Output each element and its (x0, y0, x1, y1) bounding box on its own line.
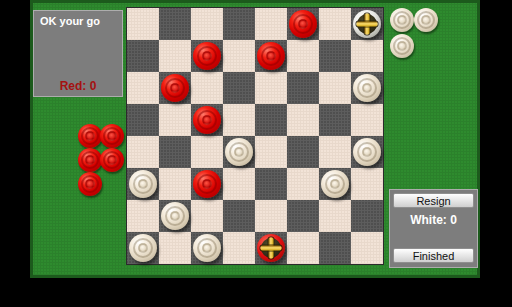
square-r2c1[interactable] (127, 40, 159, 72)
square-r8c7[interactable] (319, 232, 351, 264)
square-r6c2 (159, 168, 191, 200)
square-r5c1 (127, 136, 159, 168)
square-r7c1 (127, 200, 159, 232)
square-r5c3 (191, 136, 223, 168)
square-r8c5[interactable] (255, 232, 287, 264)
square-r7c4[interactable] (223, 200, 255, 232)
square-r7c5 (255, 200, 287, 232)
square-r3c3 (191, 72, 223, 104)
king-cross-icon (261, 246, 282, 251)
square-r2c6 (287, 40, 319, 72)
white-man[interactable] (225, 138, 253, 166)
captured-red-man (78, 172, 102, 196)
resign-button[interactable]: Resign (393, 193, 474, 208)
square-r4c5[interactable] (255, 104, 287, 136)
captured-red-man (78, 148, 102, 172)
checkers-board (126, 7, 384, 265)
white-man[interactable] (129, 170, 157, 198)
square-r1c5 (255, 8, 287, 40)
square-r4c7[interactable] (319, 104, 351, 136)
white-man[interactable] (161, 202, 189, 230)
captured-red-man (78, 124, 102, 148)
square-r7c2[interactable] (159, 200, 191, 232)
square-r4c4 (223, 104, 255, 136)
square-r6c5[interactable] (255, 168, 287, 200)
square-r6c4 (223, 168, 255, 200)
square-r1c1 (127, 8, 159, 40)
square-r1c6[interactable] (287, 8, 319, 40)
square-r4c8 (351, 104, 383, 136)
square-r1c4[interactable] (223, 8, 255, 40)
square-r8c2 (159, 232, 191, 264)
square-r3c4[interactable] (223, 72, 255, 104)
android-navbar: 10:29 (0, 278, 512, 307)
square-r3c7 (319, 72, 351, 104)
captured-white-man (390, 8, 414, 32)
red-man[interactable] (161, 74, 189, 102)
red-man[interactable] (257, 42, 285, 70)
status-panel: OK your go Red: 0 (33, 10, 123, 97)
square-r3c1 (127, 72, 159, 104)
square-r3c5 (255, 72, 287, 104)
square-r2c4 (223, 40, 255, 72)
king-cross-icon (357, 22, 378, 27)
square-r5c6[interactable] (287, 136, 319, 168)
square-r8c1[interactable] (127, 232, 159, 264)
square-r5c5 (255, 136, 287, 168)
square-r8c6 (287, 232, 319, 264)
square-r1c8[interactable] (351, 8, 383, 40)
square-r1c2[interactable] (159, 8, 191, 40)
status-message: OK your go (34, 11, 122, 31)
square-r2c7[interactable] (319, 40, 351, 72)
red-man[interactable] (193, 170, 221, 198)
red-man[interactable] (289, 10, 317, 38)
captured-red-tray (78, 124, 124, 196)
square-r5c8[interactable] (351, 136, 383, 168)
square-r6c1[interactable] (127, 168, 159, 200)
square-r8c8 (351, 232, 383, 264)
captured-red-man (100, 124, 124, 148)
control-panel: Resign White: 0 Finished (389, 189, 478, 268)
square-r4c1[interactable] (127, 104, 159, 136)
square-r4c2 (159, 104, 191, 136)
white-man[interactable] (129, 234, 157, 262)
red-man[interactable] (193, 106, 221, 134)
square-r7c6[interactable] (287, 200, 319, 232)
square-r7c3 (191, 200, 223, 232)
square-r2c2 (159, 40, 191, 72)
square-r4c6 (287, 104, 319, 136)
red-king[interactable] (257, 234, 285, 262)
square-r6c3[interactable] (191, 168, 223, 200)
captured-white-man (414, 8, 438, 32)
finished-button[interactable]: Finished (393, 248, 474, 263)
square-r6c7[interactable] (319, 168, 351, 200)
red-score-label: Red: 0 (34, 79, 122, 93)
square-r6c6 (287, 168, 319, 200)
red-man[interactable] (193, 42, 221, 70)
square-r5c7 (319, 136, 351, 168)
white-king[interactable] (353, 10, 381, 38)
square-r8c3[interactable] (191, 232, 223, 264)
square-r5c2[interactable] (159, 136, 191, 168)
white-score-label: White: 0 (390, 213, 477, 227)
captured-red-man (100, 148, 124, 172)
captured-white-tray (390, 8, 438, 60)
square-r2c5[interactable] (255, 40, 287, 72)
square-r5c4[interactable] (223, 136, 255, 168)
white-man[interactable] (321, 170, 349, 198)
square-r7c8[interactable] (351, 200, 383, 232)
square-r3c2[interactable] (159, 72, 191, 104)
white-man[interactable] (193, 234, 221, 262)
square-r4c3[interactable] (191, 104, 223, 136)
square-r3c8[interactable] (351, 72, 383, 104)
square-r8c4 (223, 232, 255, 264)
square-r1c7 (319, 8, 351, 40)
square-r3c6[interactable] (287, 72, 319, 104)
square-r7c7 (319, 200, 351, 232)
square-r6c8 (351, 168, 383, 200)
white-man[interactable] (353, 138, 381, 166)
white-man[interactable] (353, 74, 381, 102)
square-r2c8 (351, 40, 383, 72)
captured-white-man (390, 34, 414, 58)
square-r1c3 (191, 8, 223, 40)
square-r2c3[interactable] (191, 40, 223, 72)
